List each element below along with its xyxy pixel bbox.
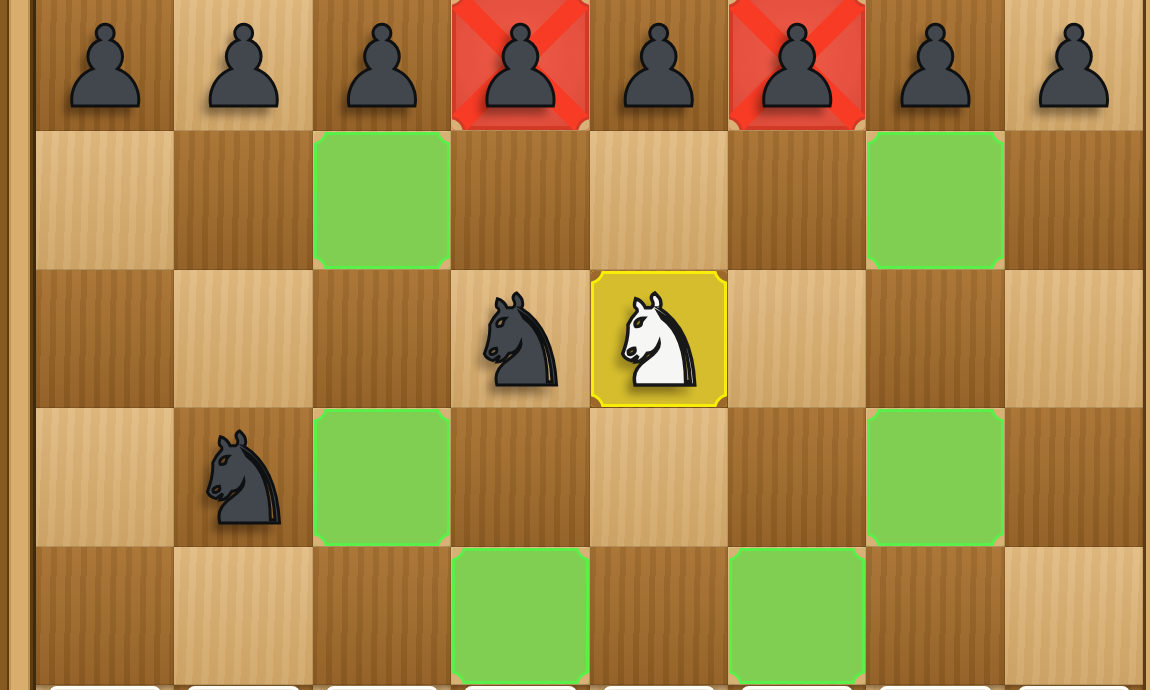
move-highlight — [314, 409, 450, 545]
black-pawn[interactable]: ♟ — [36, 0, 174, 131]
corner-notch — [436, 409, 450, 423]
white-piece-top[interactable] — [603, 686, 715, 690]
square-d7[interactable]: ♟ — [451, 0, 589, 131]
move-highlight — [867, 409, 1003, 545]
square-e7[interactable]: ♟ — [590, 0, 728, 131]
square-e5[interactable]: ♞ — [590, 270, 728, 408]
white-knight[interactable]: ♞ — [590, 270, 728, 408]
square-b3[interactable] — [174, 547, 312, 685]
corner-notch — [851, 548, 865, 562]
black-pawn[interactable]: ♟ — [313, 0, 451, 131]
square-d4[interactable] — [451, 408, 589, 546]
move-highlight — [867, 132, 1003, 268]
square-a7[interactable]: ♟ — [36, 0, 174, 131]
square-g6[interactable] — [866, 131, 1004, 269]
corner-notch — [452, 670, 466, 684]
square-h6[interactable] — [1005, 131, 1143, 269]
square-g3[interactable] — [866, 547, 1004, 685]
square-e3[interactable] — [590, 547, 728, 685]
corner-notch — [851, 670, 865, 684]
black-pawn[interactable]: ♟ — [174, 0, 312, 131]
black-pawn[interactable]: ♟ — [1005, 0, 1143, 131]
corner-notch — [867, 409, 881, 423]
square-f2[interactable] — [728, 685, 866, 690]
square-h5[interactable] — [1005, 270, 1143, 408]
board-frame-left — [0, 0, 36, 690]
square-f3[interactable] — [728, 547, 866, 685]
corner-notch — [314, 532, 328, 546]
black-pawn[interactable]: ♟ — [728, 0, 866, 131]
corner-notch — [452, 548, 466, 562]
white-piece-top[interactable] — [879, 686, 991, 690]
square-g5[interactable] — [866, 270, 1004, 408]
white-piece-top[interactable] — [1018, 686, 1130, 690]
square-a3[interactable] — [36, 547, 174, 685]
square-a6[interactable] — [36, 131, 174, 269]
black-knight[interactable]: ♞ — [451, 270, 589, 408]
square-c7[interactable]: ♟ — [313, 0, 451, 131]
square-e6[interactable] — [590, 131, 728, 269]
square-d5[interactable]: ♞ — [451, 270, 589, 408]
square-c3[interactable] — [313, 547, 451, 685]
square-c6[interactable] — [313, 131, 451, 269]
square-b6[interactable] — [174, 131, 312, 269]
square-g4[interactable] — [866, 408, 1004, 546]
square-f4[interactable] — [728, 408, 866, 546]
corner-notch — [436, 132, 450, 146]
corner-notch — [314, 409, 328, 423]
corner-notch — [729, 670, 743, 684]
square-c2[interactable] — [313, 685, 451, 690]
square-f6[interactable] — [728, 131, 866, 269]
square-d2[interactable] — [451, 685, 589, 690]
square-h3[interactable] — [1005, 547, 1143, 685]
move-highlight — [729, 548, 865, 684]
square-a5[interactable] — [36, 270, 174, 408]
white-piece-top[interactable] — [741, 686, 853, 690]
corner-notch — [990, 255, 1004, 269]
square-e2[interactable] — [590, 685, 728, 690]
white-piece-top[interactable] — [187, 686, 299, 690]
corner-notch — [314, 132, 328, 146]
square-f7[interactable]: ♟ — [728, 0, 866, 131]
black-pawn[interactable]: ♟ — [590, 0, 728, 131]
square-b4[interactable]: ♞ — [174, 408, 312, 546]
corner-notch — [867, 532, 881, 546]
square-b2[interactable] — [174, 685, 312, 690]
corner-notch — [575, 548, 589, 562]
chess-app: ♟♟♟♟♟♟♟♟♞♞♞ — [0, 0, 1150, 690]
square-c4[interactable] — [313, 408, 451, 546]
square-h2[interactable] — [1005, 685, 1143, 690]
square-e4[interactable] — [590, 408, 728, 546]
corner-notch — [867, 255, 881, 269]
square-f5[interactable] — [728, 270, 866, 408]
move-highlight — [314, 132, 450, 268]
square-a2[interactable] — [36, 685, 174, 690]
corner-notch — [990, 132, 1004, 146]
corner-notch — [436, 255, 450, 269]
square-b7[interactable]: ♟ — [174, 0, 312, 131]
square-g2[interactable] — [866, 685, 1004, 690]
corner-notch — [575, 670, 589, 684]
square-c5[interactable] — [313, 270, 451, 408]
square-h4[interactable] — [1005, 408, 1143, 546]
square-g7[interactable]: ♟ — [866, 0, 1004, 131]
corner-notch — [436, 532, 450, 546]
corner-notch — [729, 548, 743, 562]
corner-notch — [990, 532, 1004, 546]
corner-notch — [867, 132, 881, 146]
move-highlight — [452, 548, 588, 684]
black-knight[interactable]: ♞ — [174, 408, 312, 546]
square-b5[interactable] — [174, 270, 312, 408]
black-pawn[interactable]: ♟ — [866, 0, 1004, 131]
square-d3[interactable] — [451, 547, 589, 685]
corner-notch — [990, 409, 1004, 423]
white-piece-top[interactable] — [326, 686, 438, 690]
corner-notch — [314, 255, 328, 269]
board: ♟♟♟♟♟♟♟♟♞♞♞ — [36, 0, 1143, 690]
square-d6[interactable] — [451, 131, 589, 269]
black-pawn[interactable]: ♟ — [451, 0, 589, 131]
white-piece-top[interactable] — [49, 686, 161, 690]
square-h7[interactable]: ♟ — [1005, 0, 1143, 131]
square-a4[interactable] — [36, 408, 174, 546]
white-piece-top[interactable] — [464, 686, 576, 690]
